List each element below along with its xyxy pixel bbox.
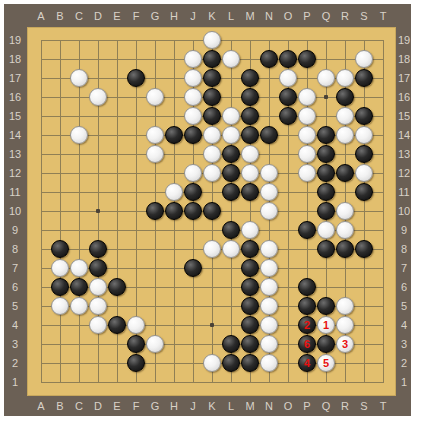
column-label-top-n: N bbox=[265, 11, 273, 22]
column-label-bottom-t: T bbox=[380, 401, 387, 412]
white-stone-q2[interactable]: 5 bbox=[317, 354, 335, 372]
white-stone-o17[interactable] bbox=[279, 69, 297, 87]
black-stone-m7[interactable] bbox=[241, 259, 259, 277]
white-stone-g13[interactable] bbox=[146, 145, 164, 163]
black-stone-k18[interactable] bbox=[203, 50, 221, 68]
black-stone-k15[interactable] bbox=[203, 107, 221, 125]
black-stone-p4[interactable]: 2 bbox=[298, 316, 316, 334]
black-stone-q5[interactable] bbox=[317, 297, 335, 315]
white-stone-k2[interactable] bbox=[203, 354, 221, 372]
row-label-right-10: 10 bbox=[398, 206, 410, 217]
white-stone-k13[interactable] bbox=[203, 145, 221, 163]
white-stone-q4[interactable]: 1 bbox=[317, 316, 335, 334]
black-stone-m14[interactable] bbox=[241, 126, 259, 144]
white-stone-n3[interactable] bbox=[260, 335, 278, 353]
black-stone-m2[interactable] bbox=[241, 354, 259, 372]
column-label-top-o: O bbox=[284, 11, 293, 22]
row-label-right-14: 14 bbox=[398, 130, 410, 141]
column-label-bottom-b: B bbox=[56, 401, 63, 412]
black-stone-l3[interactable] bbox=[222, 335, 240, 353]
black-stone-f17[interactable] bbox=[127, 69, 145, 87]
white-stone-n10[interactable] bbox=[260, 202, 278, 220]
white-stone-j15[interactable] bbox=[184, 107, 202, 125]
white-stone-d6[interactable] bbox=[89, 278, 107, 296]
column-label-top-g: G bbox=[151, 11, 160, 22]
row-label-right-13: 13 bbox=[398, 149, 410, 160]
black-stone-n18[interactable] bbox=[260, 50, 278, 68]
column-label-bottom-a: A bbox=[37, 401, 44, 412]
move-number-label: 5 bbox=[323, 358, 329, 369]
column-label-top-d: D bbox=[94, 11, 102, 22]
row-label-right-9: 9 bbox=[401, 225, 407, 236]
black-stone-m15[interactable] bbox=[241, 107, 259, 125]
row-label-left-16: 16 bbox=[9, 92, 21, 103]
column-label-top-m: M bbox=[245, 11, 254, 22]
column-label-bottom-f: F bbox=[133, 401, 140, 412]
row-label-left-15: 15 bbox=[9, 111, 21, 122]
white-stone-r4[interactable] bbox=[336, 316, 354, 334]
black-stone-q11[interactable] bbox=[317, 183, 335, 201]
white-stone-g16[interactable] bbox=[146, 88, 164, 106]
white-stone-r14[interactable] bbox=[336, 126, 354, 144]
black-stone-q13[interactable] bbox=[317, 145, 335, 163]
white-stone-n8[interactable] bbox=[260, 240, 278, 258]
white-stone-j16[interactable] bbox=[184, 88, 202, 106]
white-stone-j12[interactable] bbox=[184, 164, 202, 182]
column-label-bottom-j: J bbox=[190, 401, 196, 412]
move-number-label: 3 bbox=[342, 339, 348, 350]
star-point-q16 bbox=[324, 95, 328, 99]
column-label-top-j: J bbox=[190, 11, 196, 22]
white-stone-c17[interactable] bbox=[70, 69, 88, 87]
column-label-bottom-n: N bbox=[265, 401, 273, 412]
column-label-bottom-g: G bbox=[151, 401, 160, 412]
white-stone-n11[interactable] bbox=[260, 183, 278, 201]
row-label-right-3: 3 bbox=[401, 339, 407, 350]
black-stone-p9[interactable] bbox=[298, 221, 316, 239]
column-label-bottom-r: R bbox=[341, 401, 349, 412]
white-stone-p13[interactable] bbox=[298, 145, 316, 163]
column-label-bottom-o: O bbox=[284, 401, 293, 412]
black-stone-h10[interactable] bbox=[165, 202, 183, 220]
row-label-right-11: 11 bbox=[398, 187, 409, 198]
black-stone-k10[interactable] bbox=[203, 202, 221, 220]
black-stone-f3[interactable] bbox=[127, 335, 145, 353]
column-label-bottom-h: H bbox=[170, 401, 178, 412]
white-stone-c5[interactable] bbox=[70, 297, 88, 315]
black-stone-p18[interactable] bbox=[298, 50, 316, 68]
row-label-left-1: 1 bbox=[12, 377, 18, 388]
white-stone-c14[interactable] bbox=[70, 126, 88, 144]
column-label-top-q: Q bbox=[322, 11, 331, 22]
black-stone-s11[interactable] bbox=[355, 183, 373, 201]
white-stone-m9[interactable] bbox=[241, 221, 259, 239]
column-label-bottom-s: S bbox=[360, 401, 367, 412]
black-stone-j11[interactable] bbox=[184, 183, 202, 201]
black-stone-f2[interactable] bbox=[127, 354, 145, 372]
black-stone-p3[interactable]: 6 bbox=[298, 335, 316, 353]
black-stone-n14[interactable] bbox=[260, 126, 278, 144]
row-label-right-6: 6 bbox=[401, 282, 407, 293]
black-stone-r16[interactable] bbox=[336, 88, 354, 106]
white-stone-g3[interactable] bbox=[146, 335, 164, 353]
black-stone-m4[interactable] bbox=[241, 316, 259, 334]
row-label-right-5: 5 bbox=[401, 301, 407, 312]
black-stone-p5[interactable] bbox=[298, 297, 316, 315]
black-stone-g10[interactable] bbox=[146, 202, 164, 220]
column-label-top-p: P bbox=[303, 11, 310, 22]
black-stone-o16[interactable] bbox=[279, 88, 297, 106]
row-label-left-8: 8 bbox=[12, 244, 18, 255]
column-label-top-a: A bbox=[37, 11, 44, 22]
white-stone-n6[interactable] bbox=[260, 278, 278, 296]
row-label-right-17: 17 bbox=[398, 73, 410, 84]
row-label-left-4: 4 bbox=[12, 320, 18, 331]
black-stone-m16[interactable] bbox=[241, 88, 259, 106]
white-stone-r9[interactable] bbox=[336, 221, 354, 239]
white-stone-h11[interactable] bbox=[165, 183, 183, 201]
row-label-left-12: 12 bbox=[9, 168, 21, 179]
column-label-top-k: K bbox=[208, 11, 215, 22]
white-stone-r17[interactable] bbox=[336, 69, 354, 87]
move-number-label: 6 bbox=[304, 339, 310, 350]
black-stone-q14[interactable] bbox=[317, 126, 335, 144]
black-stone-m5[interactable] bbox=[241, 297, 259, 315]
white-stone-f4[interactable] bbox=[127, 316, 145, 334]
black-stone-q10[interactable] bbox=[317, 202, 335, 220]
row-label-right-16: 16 bbox=[398, 92, 410, 103]
white-stone-n5[interactable] bbox=[260, 297, 278, 315]
white-stone-n7[interactable] bbox=[260, 259, 278, 277]
white-stone-b7[interactable] bbox=[51, 259, 69, 277]
black-stone-e6[interactable] bbox=[108, 278, 126, 296]
row-label-right-8: 8 bbox=[401, 244, 407, 255]
white-stone-s12[interactable] bbox=[355, 164, 373, 182]
black-stone-c6[interactable] bbox=[70, 278, 88, 296]
black-stone-l11[interactable] bbox=[222, 183, 240, 201]
column-label-bottom-k: K bbox=[208, 401, 215, 412]
row-label-left-14: 14 bbox=[9, 130, 21, 141]
white-stone-q9[interactable] bbox=[317, 221, 335, 239]
black-stone-r12[interactable] bbox=[336, 164, 354, 182]
star-point-k4 bbox=[210, 323, 214, 327]
black-stone-m11[interactable] bbox=[241, 183, 259, 201]
white-stone-j18[interactable] bbox=[184, 50, 202, 68]
white-stone-p12[interactable] bbox=[298, 164, 316, 182]
move-number-label: 1 bbox=[323, 320, 329, 331]
black-stone-k17[interactable] bbox=[203, 69, 221, 87]
black-stone-r8[interactable] bbox=[336, 240, 354, 258]
white-stone-r5[interactable] bbox=[336, 297, 354, 315]
white-stone-g14[interactable] bbox=[146, 126, 164, 144]
row-label-left-9: 9 bbox=[12, 225, 18, 236]
row-label-right-12: 12 bbox=[398, 168, 410, 179]
white-stone-n2[interactable] bbox=[260, 354, 278, 372]
black-stone-p2[interactable]: 4 bbox=[298, 354, 316, 372]
white-stone-r3[interactable]: 3 bbox=[336, 335, 354, 353]
column-label-top-f: F bbox=[133, 11, 140, 22]
column-label-bottom-l: L bbox=[228, 401, 234, 412]
column-label-bottom-d: D bbox=[94, 401, 102, 412]
black-stone-d7[interactable] bbox=[89, 259, 107, 277]
move-number-label: 2 bbox=[304, 320, 310, 331]
white-stone-b5[interactable] bbox=[51, 297, 69, 315]
white-stone-k14[interactable] bbox=[203, 126, 221, 144]
white-stone-l8[interactable] bbox=[222, 240, 240, 258]
white-stone-s14[interactable] bbox=[355, 126, 373, 144]
white-stone-l14[interactable] bbox=[222, 126, 240, 144]
black-stone-l12[interactable] bbox=[222, 164, 240, 182]
white-stone-k8[interactable] bbox=[203, 240, 221, 258]
column-label-bottom-p: P bbox=[303, 401, 310, 412]
white-stone-k12[interactable] bbox=[203, 164, 221, 182]
row-label-left-10: 10 bbox=[9, 206, 21, 217]
black-stone-m6[interactable] bbox=[241, 278, 259, 296]
row-label-right-18: 18 bbox=[398, 54, 410, 65]
column-label-top-l: L bbox=[228, 11, 234, 22]
white-stone-p14[interactable] bbox=[298, 126, 316, 144]
star-point-d10 bbox=[96, 209, 100, 213]
black-stone-h14[interactable] bbox=[165, 126, 183, 144]
black-stone-b8[interactable] bbox=[51, 240, 69, 258]
row-label-left-17: 17 bbox=[9, 73, 21, 84]
white-stone-m13[interactable] bbox=[241, 145, 259, 163]
row-label-right-15: 15 bbox=[398, 111, 410, 122]
black-stone-m8[interactable] bbox=[241, 240, 259, 258]
black-stone-m17[interactable] bbox=[241, 69, 259, 87]
white-stone-d16[interactable] bbox=[89, 88, 107, 106]
column-label-bottom-c: C bbox=[75, 401, 83, 412]
row-label-right-19: 19 bbox=[398, 35, 410, 46]
row-label-left-7: 7 bbox=[12, 263, 18, 274]
move-number-label: 4 bbox=[304, 358, 310, 369]
white-stone-l18[interactable] bbox=[222, 50, 240, 68]
black-stone-e4[interactable] bbox=[108, 316, 126, 334]
column-label-bottom-e: E bbox=[113, 401, 120, 412]
column-label-top-b: B bbox=[56, 11, 63, 22]
goban[interactable]: 216345 bbox=[27, 27, 396, 396]
white-stone-r15[interactable] bbox=[336, 107, 354, 125]
black-stone-b6[interactable] bbox=[51, 278, 69, 296]
white-stone-k19[interactable] bbox=[203, 31, 221, 49]
column-label-bottom-q: Q bbox=[322, 401, 331, 412]
white-stone-q17[interactable] bbox=[317, 69, 335, 87]
black-stone-l2[interactable] bbox=[222, 354, 240, 372]
black-stone-s17[interactable] bbox=[355, 69, 373, 87]
black-stone-j7[interactable] bbox=[184, 259, 202, 277]
row-label-left-6: 6 bbox=[12, 282, 18, 293]
white-stone-s18[interactable] bbox=[355, 50, 373, 68]
column-label-bottom-m: M bbox=[245, 401, 254, 412]
white-stone-c7[interactable] bbox=[70, 259, 88, 277]
row-label-left-5: 5 bbox=[12, 301, 18, 312]
white-stone-j17[interactable] bbox=[184, 69, 202, 87]
black-stone-p6[interactable] bbox=[298, 278, 316, 296]
black-stone-l9[interactable] bbox=[222, 221, 240, 239]
black-stone-o18[interactable] bbox=[279, 50, 297, 68]
row-label-left-19: 19 bbox=[9, 35, 21, 46]
white-stone-r10[interactable] bbox=[336, 202, 354, 220]
white-stone-d4[interactable] bbox=[89, 316, 107, 334]
row-label-right-1: 1 bbox=[401, 377, 407, 388]
column-label-top-r: R bbox=[341, 11, 349, 22]
row-label-right-4: 4 bbox=[401, 320, 407, 331]
black-stone-s8[interactable] bbox=[355, 240, 373, 258]
black-stone-s15[interactable] bbox=[355, 107, 373, 125]
white-stone-n4[interactable] bbox=[260, 316, 278, 334]
row-label-left-11: 11 bbox=[9, 187, 20, 198]
black-stone-q3[interactable] bbox=[317, 335, 335, 353]
black-stone-s13[interactable] bbox=[355, 145, 373, 163]
row-label-right-7: 7 bbox=[401, 263, 407, 274]
black-stone-l13[interactable] bbox=[222, 145, 240, 163]
black-stone-k16[interactable] bbox=[203, 88, 221, 106]
white-stone-n12[interactable] bbox=[260, 164, 278, 182]
column-label-top-h: H bbox=[170, 11, 178, 22]
black-stone-q8[interactable] bbox=[317, 240, 335, 258]
black-stone-o15[interactable] bbox=[279, 107, 297, 125]
black-stone-q12[interactable] bbox=[317, 164, 335, 182]
go-board-screenshot: 216345 AABBCCDDEEFFGGHHJJKKLLMMNNOOPPQQR… bbox=[0, 0, 423, 421]
black-stone-j14[interactable] bbox=[184, 126, 202, 144]
column-label-top-c: C bbox=[75, 11, 83, 22]
black-stone-m3[interactable] bbox=[241, 335, 259, 353]
white-stone-p16[interactable] bbox=[298, 88, 316, 106]
row-label-left-2: 2 bbox=[12, 358, 18, 369]
black-stone-d8[interactable] bbox=[89, 240, 107, 258]
black-stone-j10[interactable] bbox=[184, 202, 202, 220]
column-label-top-s: S bbox=[360, 11, 367, 22]
white-stone-l15[interactable] bbox=[222, 107, 240, 125]
row-label-left-3: 3 bbox=[12, 339, 18, 350]
white-stone-p15[interactable] bbox=[298, 107, 316, 125]
grid-line-horizontal bbox=[41, 382, 384, 383]
row-label-left-18: 18 bbox=[9, 54, 21, 65]
white-stone-m12[interactable] bbox=[241, 164, 259, 182]
white-stone-d5[interactable] bbox=[89, 297, 107, 315]
row-label-left-13: 13 bbox=[9, 149, 21, 160]
column-label-top-t: T bbox=[380, 11, 387, 22]
column-label-top-e: E bbox=[113, 11, 120, 22]
row-label-right-2: 2 bbox=[401, 358, 407, 369]
